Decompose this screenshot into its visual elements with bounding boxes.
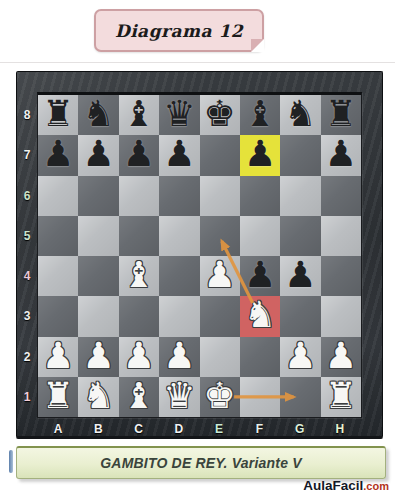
square-f2	[240, 337, 280, 377]
square-e2	[200, 337, 240, 377]
square-d6	[159, 176, 199, 216]
square-d5	[159, 216, 199, 256]
square-c7: ♟	[119, 135, 159, 175]
black-knight-g8: ♞	[284, 96, 316, 132]
square-h1: ♜	[321, 377, 361, 417]
square-b1: ♞	[78, 377, 118, 417]
square-c6	[119, 176, 159, 216]
square-e5	[200, 216, 240, 256]
rank-label-4: 4	[17, 256, 37, 296]
white-rook-a1: ♜	[42, 378, 74, 414]
black-bishop-f8: ♝	[244, 96, 276, 132]
square-h4	[321, 256, 361, 296]
brand-name: AulaFacil	[303, 478, 363, 493]
white-queen-d1: ♛	[163, 378, 195, 414]
black-pawn-b7: ♟	[82, 136, 114, 172]
white-pawn-c2: ♟	[123, 338, 155, 374]
square-c3	[119, 296, 159, 336]
square-c5	[119, 216, 159, 256]
rank-label-3: 3	[17, 296, 37, 336]
page: Diagrama 12 ♜♞♝♛♚♝♞♜♟♟♟♟♟♟♝♟♟♟♞♟♟♟♟♟♟♜♞♝…	[0, 0, 395, 494]
rank-label-7: 7	[17, 135, 37, 175]
file-label-e: E	[199, 419, 239, 439]
white-pawn-e4: ♟	[204, 257, 236, 293]
black-knight-b8: ♞	[82, 96, 114, 132]
square-g3	[280, 296, 320, 336]
square-d3	[159, 296, 199, 336]
square-a1: ♜	[38, 377, 78, 417]
square-b3	[78, 296, 118, 336]
black-pawn-f7: ♟	[244, 136, 276, 172]
rank-label-8: 8	[17, 95, 37, 135]
square-e6	[200, 176, 240, 216]
square-c2: ♟	[119, 337, 159, 377]
square-e7	[200, 135, 240, 175]
square-f7: ♟	[240, 135, 280, 175]
rank-label-6: 6	[17, 176, 37, 216]
square-b2: ♟	[78, 337, 118, 377]
white-rook-h1: ♜	[325, 378, 357, 414]
rank-label-5: 5	[17, 216, 37, 256]
square-b7: ♟	[78, 135, 118, 175]
black-pawn-d7: ♟	[163, 136, 195, 172]
file-label-h: H	[320, 419, 360, 439]
square-g7	[280, 135, 320, 175]
square-g2: ♟	[280, 337, 320, 377]
black-rook-h8: ♜	[325, 96, 357, 132]
white-bishop-c4: ♝	[123, 257, 155, 293]
square-b4	[78, 256, 118, 296]
file-label-c: C	[119, 419, 159, 439]
white-pawn-h2: ♟	[325, 338, 357, 374]
square-c4: ♝	[119, 256, 159, 296]
square-e4: ♟	[200, 256, 240, 296]
square-b5	[78, 216, 118, 256]
square-g6	[280, 176, 320, 216]
brand-tld: .com	[363, 480, 389, 492]
square-g5	[280, 216, 320, 256]
square-a7: ♟	[38, 135, 78, 175]
square-d2: ♟	[159, 337, 199, 377]
cursor-marker	[9, 450, 13, 473]
square-h7: ♟	[321, 135, 361, 175]
square-e3	[200, 296, 240, 336]
diagram-title: Diagrama 12	[115, 21, 243, 41]
file-label-g: G	[280, 419, 320, 439]
square-h8: ♜	[321, 95, 361, 135]
chess-board: ♜♞♝♛♚♝♞♜♟♟♟♟♟♟♝♟♟♟♞♟♟♟♟♟♟♜♞♝♛♚♜ 87654321…	[16, 71, 383, 439]
black-bishop-c8: ♝	[123, 96, 155, 132]
square-f3: ♞	[240, 296, 280, 336]
square-h3	[321, 296, 361, 336]
white-bishop-c1: ♝	[123, 378, 155, 414]
caption-text: GAMBITO DE REY. Variante V	[100, 455, 302, 471]
brand: AulaFacil.com	[303, 476, 389, 494]
square-g4: ♟	[280, 256, 320, 296]
white-pawn-b2: ♟	[82, 338, 114, 374]
square-a8: ♜	[38, 95, 78, 135]
square-d4	[159, 256, 199, 296]
white-king-e1: ♚	[204, 378, 236, 414]
square-a6	[38, 176, 78, 216]
header-note: Diagrama 12	[94, 9, 264, 52]
file-label-a: A	[38, 419, 78, 439]
black-pawn-c7: ♟	[123, 136, 155, 172]
black-pawn-f4: ♟	[244, 257, 276, 293]
square-a3	[38, 296, 78, 336]
white-pawn-a2: ♟	[42, 338, 74, 374]
square-h2: ♟	[321, 337, 361, 377]
white-pawn-g2: ♟	[284, 338, 316, 374]
black-rook-a8: ♜	[42, 96, 74, 132]
rank-label-2: 2	[17, 337, 37, 377]
square-f1	[240, 377, 280, 417]
file-label-f: F	[239, 419, 279, 439]
white-pawn-d2: ♟	[163, 338, 195, 374]
square-c1: ♝	[119, 377, 159, 417]
square-f8: ♝	[240, 95, 280, 135]
square-f6	[240, 176, 280, 216]
square-d7: ♟	[159, 135, 199, 175]
black-king-e8: ♚	[204, 96, 236, 132]
square-h6	[321, 176, 361, 216]
black-pawn-h7: ♟	[325, 136, 357, 172]
squares-grid: ♜♞♝♛♚♝♞♜♟♟♟♟♟♟♝♟♟♟♞♟♟♟♟♟♟♜♞♝♛♚♜	[37, 92, 362, 418]
section-divider	[0, 62, 395, 63]
rank-label-1: 1	[17, 377, 37, 417]
square-d1: ♛	[159, 377, 199, 417]
square-c8: ♝	[119, 95, 159, 135]
square-e8: ♚	[200, 95, 240, 135]
file-label-d: D	[159, 419, 199, 439]
square-g8: ♞	[280, 95, 320, 135]
caption-box: GAMBITO DE REY. Variante V	[16, 446, 386, 479]
file-label-b: B	[78, 419, 118, 439]
black-pawn-a7: ♟	[42, 136, 74, 172]
white-knight-f3: ♞	[244, 297, 276, 333]
square-b6	[78, 176, 118, 216]
square-e1: ♚	[200, 377, 240, 417]
white-knight-b1: ♞	[82, 378, 114, 414]
black-pawn-g4: ♟	[284, 257, 316, 293]
square-a4	[38, 256, 78, 296]
square-h5	[321, 216, 361, 256]
black-queen-d8: ♛	[163, 96, 195, 132]
square-d8: ♛	[159, 95, 199, 135]
square-f4: ♟	[240, 256, 280, 296]
square-g1	[280, 377, 320, 417]
square-b8: ♞	[78, 95, 118, 135]
square-a2: ♟	[38, 337, 78, 377]
square-f5	[240, 216, 280, 256]
square-a5	[38, 216, 78, 256]
